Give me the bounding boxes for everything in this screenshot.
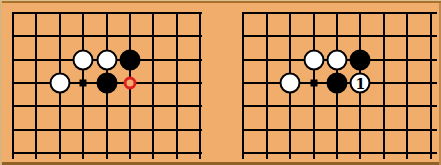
grid-line-vertical xyxy=(242,12,244,159)
hoshi-star-point xyxy=(310,80,317,87)
grid-line-vertical xyxy=(406,12,408,159)
grid-line-vertical xyxy=(383,12,385,159)
move-1-stone: 1 xyxy=(350,73,371,94)
move-number-label: 1 xyxy=(356,76,366,90)
grid-line-vertical xyxy=(266,12,268,159)
go-diagrams-image: 1 xyxy=(0,0,441,165)
grid-line-vertical xyxy=(430,12,432,159)
black-stone xyxy=(327,73,348,94)
white-stone xyxy=(303,49,324,70)
go-diagram-right: 1 xyxy=(0,0,441,165)
black-stone xyxy=(350,49,371,70)
white-stone xyxy=(327,49,348,70)
white-stone xyxy=(280,73,301,94)
